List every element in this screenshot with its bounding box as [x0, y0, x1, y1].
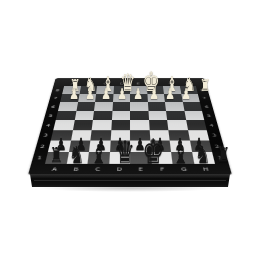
- square: [68, 141, 90, 152]
- square: [95, 94, 113, 102]
- square: [146, 86, 163, 94]
- coordinate-label: F: [146, 81, 163, 85]
- coordinate-label: A: [43, 165, 66, 173]
- square: [168, 130, 189, 141]
- square: [96, 86, 113, 94]
- coordinate-label: C: [97, 81, 114, 85]
- square: [184, 111, 204, 120]
- square: [130, 152, 151, 164]
- coordinate-label: E: [130, 165, 152, 173]
- square: [74, 111, 94, 120]
- square: [113, 94, 130, 102]
- square: [179, 86, 197, 94]
- square: [93, 111, 112, 120]
- square: [130, 130, 150, 141]
- square: [89, 141, 110, 152]
- square: [186, 120, 207, 130]
- chess-set-scene: ABCDEFGH ABCDEFGH 87654321 87654321 ♜♞♝♛…: [0, 0, 260, 260]
- coordinate-label: 3: [208, 130, 221, 141]
- square: [92, 120, 112, 130]
- square: [130, 141, 151, 152]
- square: [170, 141, 192, 152]
- square: [87, 152, 109, 164]
- square: [188, 130, 210, 141]
- square: [60, 94, 79, 102]
- file-labels-far: ABCDEFGH: [64, 81, 196, 85]
- square: [90, 130, 110, 141]
- coordinate-label: G: [173, 165, 196, 173]
- square: [53, 120, 74, 130]
- square: [167, 120, 187, 130]
- square: [189, 141, 212, 152]
- square: [149, 120, 169, 130]
- coordinate-label: 8: [197, 86, 208, 94]
- square: [166, 111, 186, 120]
- coordinate-label: B: [81, 81, 98, 85]
- square: [112, 102, 130, 111]
- square: [147, 94, 165, 102]
- product-photo: ABCDEFGH ABCDEFGH 87654321 87654321 ♜♞♝♛…: [0, 0, 260, 260]
- board-shadow: [38, 184, 222, 192]
- board-grid: [45, 86, 215, 164]
- chess-board: ABCDEFGH ABCDEFGH 87654321 87654321: [28, 78, 232, 174]
- coordinate-label: 8: [52, 86, 63, 94]
- coordinate-label: H: [179, 81, 196, 85]
- square: [79, 86, 97, 94]
- square: [45, 152, 68, 164]
- square: [148, 111, 167, 120]
- square: [94, 102, 113, 111]
- square: [109, 152, 130, 164]
- square: [165, 102, 184, 111]
- square: [62, 86, 80, 94]
- file-labels-near: ABCDEFGH: [43, 165, 218, 173]
- square: [78, 94, 96, 102]
- square: [130, 86, 147, 94]
- square: [51, 130, 73, 141]
- coordinate-label: C: [86, 165, 108, 173]
- coordinate-label: 1: [213, 152, 227, 164]
- square: [48, 141, 71, 152]
- square: [76, 102, 95, 111]
- square: [130, 120, 149, 130]
- square: [66, 152, 89, 164]
- coordinate-label: 6: [201, 102, 213, 111]
- square: [109, 141, 130, 152]
- coordinate-label: H: [194, 165, 217, 173]
- coordinate-label: B: [65, 165, 88, 173]
- square: [150, 141, 171, 152]
- coordinate-label: F: [151, 165, 173, 173]
- square: [182, 102, 202, 111]
- square: [58, 102, 78, 111]
- square: [56, 111, 76, 120]
- square: [71, 130, 92, 141]
- coordinate-label: 5: [203, 111, 215, 120]
- coordinate-label: 7: [199, 94, 210, 102]
- square: [151, 152, 173, 164]
- square: [130, 111, 149, 120]
- square: [181, 94, 200, 102]
- square: [130, 102, 148, 111]
- square: [163, 86, 181, 94]
- coordinate-label: D: [114, 81, 130, 85]
- square: [149, 130, 169, 141]
- coordinate-label: A: [64, 81, 81, 85]
- square: [171, 152, 194, 164]
- square: [72, 120, 92, 130]
- square: [130, 94, 147, 102]
- square: [113, 86, 130, 94]
- square: [111, 120, 130, 130]
- square: [164, 94, 182, 102]
- coordinate-label: G: [162, 81, 179, 85]
- coordinate-label: D: [108, 165, 130, 173]
- coordinate-label: 2: [210, 141, 224, 152]
- square: [111, 111, 130, 120]
- square: [147, 102, 166, 111]
- coordinate-label: 4: [205, 120, 218, 130]
- square: [110, 130, 130, 141]
- coordinate-label: E: [130, 81, 146, 85]
- square: [192, 152, 215, 164]
